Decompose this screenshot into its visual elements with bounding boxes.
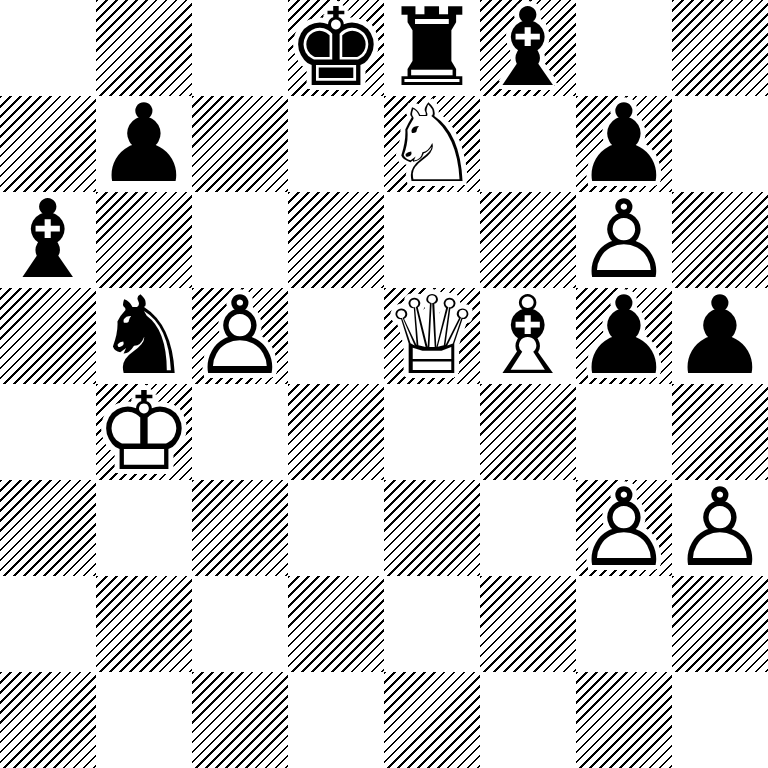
piece-white-halo: ♟	[96, 90, 193, 198]
square-f1[interactable]	[480, 672, 576, 768]
white-pawn-glyph: ♙	[672, 474, 768, 582]
black-bishop-glyph: ♝	[480, 0, 577, 102]
white-pawn-glyph: ♙	[576, 474, 673, 582]
black-bishop-glyph: ♝	[0, 186, 96, 294]
square-d8[interactable]: ♚♚	[288, 0, 384, 96]
square-b7[interactable]: ♟♟	[96, 96, 192, 192]
square-h8[interactable]	[672, 0, 768, 96]
white-queen-e5: ♛♕	[384, 288, 480, 384]
square-e1[interactable]	[384, 672, 480, 768]
piece-white-halo: ♟	[576, 186, 673, 294]
square-d4[interactable]	[288, 384, 384, 480]
black-pawn-glyph: ♟	[576, 90, 673, 198]
square-f3[interactable]	[480, 480, 576, 576]
square-c2[interactable]	[192, 576, 288, 672]
black-king-glyph: ♚	[288, 0, 385, 102]
square-e2[interactable]	[384, 576, 480, 672]
square-g3[interactable]: ♟♙	[576, 480, 672, 576]
piece-white-halo: ♟	[672, 282, 768, 390]
piece-white-halo: ♞	[96, 282, 193, 390]
black-rook-glyph: ♜	[384, 0, 481, 102]
piece-white-halo: ♚	[96, 378, 193, 486]
square-f8[interactable]: ♝♝	[480, 0, 576, 96]
piece-white-halo: ♟	[576, 474, 673, 582]
black-knight-glyph: ♞	[96, 282, 193, 390]
black-rook-e8: ♜♜	[384, 0, 480, 96]
square-f7[interactable]	[480, 96, 576, 192]
square-b4[interactable]: ♚♔	[96, 384, 192, 480]
square-a4[interactable]	[0, 384, 96, 480]
square-c1[interactable]	[192, 672, 288, 768]
white-pawn-h3: ♟♙	[672, 480, 768, 576]
black-king-d8: ♚♚	[288, 0, 384, 96]
white-bishop-f5: ♝♗	[480, 288, 576, 384]
square-e7[interactable]: ♞♘	[384, 96, 480, 192]
square-c7[interactable]	[192, 96, 288, 192]
piece-white-halo: ♝	[0, 186, 96, 294]
square-d3[interactable]	[288, 480, 384, 576]
piece-white-halo: ♟	[576, 90, 673, 198]
square-d5[interactable]	[288, 288, 384, 384]
square-c8[interactable]	[192, 0, 288, 96]
square-f4[interactable]	[480, 384, 576, 480]
square-c6[interactable]	[192, 192, 288, 288]
white-king-b4: ♚♔	[96, 384, 192, 480]
square-g4[interactable]	[576, 384, 672, 480]
white-king-glyph: ♔	[96, 378, 193, 486]
piece-white-halo: ♝	[480, 0, 577, 102]
black-pawn-glyph: ♟	[96, 90, 193, 198]
white-knight-e7: ♞♘	[384, 96, 480, 192]
square-d7[interactable]	[288, 96, 384, 192]
piece-white-halo: ♝	[480, 282, 577, 390]
white-bishop-glyph: ♗	[480, 282, 577, 390]
white-knight-glyph: ♘	[384, 90, 481, 198]
piece-white-halo: ♜	[384, 0, 481, 102]
black-pawn-glyph: ♟	[576, 282, 673, 390]
black-knight-b5: ♞♞	[96, 288, 192, 384]
square-h1[interactable]	[672, 672, 768, 768]
square-h6[interactable]	[672, 192, 768, 288]
chess-board: ♚♚♜♜♝♝♟♟♞♘♟♟♝♝♟♙♞♞♟♙♛♕♝♗♟♟♟♟♚♔♟♙♟♙	[0, 0, 768, 768]
square-b8[interactable]	[96, 0, 192, 96]
white-pawn-c5: ♟♙	[192, 288, 288, 384]
square-b1[interactable]	[96, 672, 192, 768]
black-pawn-h5: ♟♟	[672, 288, 768, 384]
square-e4[interactable]	[384, 384, 480, 480]
square-a3[interactable]	[0, 480, 96, 576]
white-pawn-glyph: ♙	[576, 186, 673, 294]
square-e5[interactable]: ♛♕	[384, 288, 480, 384]
black-pawn-glyph: ♟	[672, 282, 768, 390]
square-a5[interactable]	[0, 288, 96, 384]
piece-white-halo: ♟	[576, 282, 673, 390]
piece-white-halo: ♟	[192, 282, 289, 390]
square-h4[interactable]	[672, 384, 768, 480]
white-pawn-glyph: ♙	[192, 282, 289, 390]
square-d2[interactable]	[288, 576, 384, 672]
white-pawn-g6: ♟♙	[576, 192, 672, 288]
square-b6[interactable]	[96, 192, 192, 288]
square-g7[interactable]: ♟♟	[576, 96, 672, 192]
piece-white-halo: ♛	[384, 282, 481, 390]
white-queen-glyph: ♕	[384, 282, 481, 390]
square-f5[interactable]: ♝♗	[480, 288, 576, 384]
square-a7[interactable]	[0, 96, 96, 192]
square-h2[interactable]	[672, 576, 768, 672]
square-a6[interactable]: ♝♝	[0, 192, 96, 288]
square-g8[interactable]	[576, 0, 672, 96]
square-g2[interactable]	[576, 576, 672, 672]
square-a2[interactable]	[0, 576, 96, 672]
square-d1[interactable]	[288, 672, 384, 768]
square-h7[interactable]	[672, 96, 768, 192]
square-c4[interactable]	[192, 384, 288, 480]
square-b3[interactable]	[96, 480, 192, 576]
square-b2[interactable]	[96, 576, 192, 672]
square-g1[interactable]	[576, 672, 672, 768]
black-pawn-b7: ♟♟	[96, 96, 192, 192]
piece-white-halo: ♚	[288, 0, 385, 102]
black-pawn-g7: ♟♟	[576, 96, 672, 192]
square-a1[interactable]	[0, 672, 96, 768]
square-b5[interactable]: ♞♞	[96, 288, 192, 384]
square-d6[interactable]	[288, 192, 384, 288]
square-e3[interactable]	[384, 480, 480, 576]
square-f6[interactable]	[480, 192, 576, 288]
square-g6[interactable]: ♟♙	[576, 192, 672, 288]
square-h3[interactable]: ♟♙	[672, 480, 768, 576]
square-a8[interactable]	[0, 0, 96, 96]
black-pawn-g5: ♟♟	[576, 288, 672, 384]
square-g5[interactable]: ♟♟	[576, 288, 672, 384]
square-h5[interactable]: ♟♟	[672, 288, 768, 384]
piece-white-halo: ♟	[672, 474, 768, 582]
square-c3[interactable]	[192, 480, 288, 576]
black-bishop-f8: ♝♝	[480, 0, 576, 96]
square-c5[interactable]: ♟♙	[192, 288, 288, 384]
square-e8[interactable]: ♜♜	[384, 0, 480, 96]
black-bishop-a6: ♝♝	[0, 192, 96, 288]
square-e6[interactable]	[384, 192, 480, 288]
square-f2[interactable]	[480, 576, 576, 672]
piece-white-halo: ♞	[384, 90, 481, 198]
white-pawn-g3: ♟♙	[576, 480, 672, 576]
